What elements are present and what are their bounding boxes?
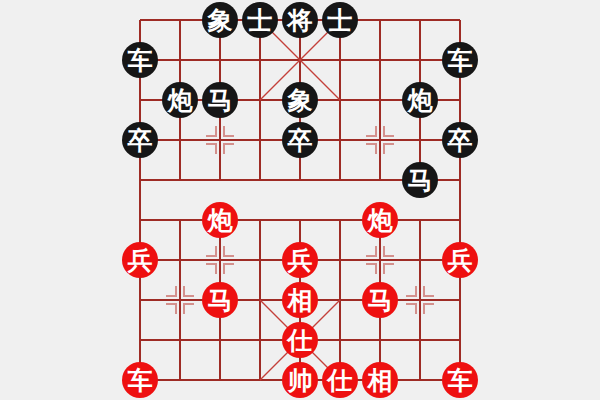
piece-black-elephant[interactable]: 象 [282,82,318,118]
piece-red-advisor[interactable]: 仕 [282,322,318,358]
piece-black-elephant[interactable]: 象 [202,2,238,38]
piece-red-chariot[interactable]: 车 [122,362,158,398]
piece-black-cannon[interactable]: 炮 [402,82,438,118]
piece-red-soldier[interactable]: 兵 [442,242,478,278]
piece-black-advisor[interactable]: 士 [242,2,278,38]
piece-black-soldier[interactable]: 卒 [282,122,318,158]
pieces-grid: 象士将士车车炮马象炮卒卒卒马炮炮兵兵兵马相马仕车帅仕相车 [120,0,480,400]
piece-black-horse[interactable]: 马 [202,82,238,118]
piece-black-soldier[interactable]: 卒 [122,122,158,158]
piece-red-horse[interactable]: 马 [202,282,238,318]
piece-black-general[interactable]: 将 [282,2,318,38]
piece-red-advisor[interactable]: 仕 [322,362,358,398]
piece-black-cannon[interactable]: 炮 [162,82,198,118]
piece-red-chariot[interactable]: 车 [442,362,478,398]
piece-red-soldier[interactable]: 兵 [122,242,158,278]
piece-red-general[interactable]: 帅 [282,362,318,398]
piece-black-chariot[interactable]: 车 [122,42,158,78]
piece-black-horse[interactable]: 马 [402,162,438,198]
piece-black-advisor[interactable]: 士 [322,2,358,38]
xiangqi-board: 象士将士车车炮马象炮卒卒卒马炮炮兵兵兵马相马仕车帅仕相车 [0,0,600,400]
piece-red-cannon[interactable]: 炮 [362,202,398,238]
piece-red-elephant[interactable]: 相 [282,282,318,318]
piece-black-chariot[interactable]: 车 [442,42,478,78]
piece-red-soldier[interactable]: 兵 [282,242,318,278]
piece-black-soldier[interactable]: 卒 [442,122,478,158]
piece-red-elephant[interactable]: 相 [362,362,398,398]
piece-red-cannon[interactable]: 炮 [202,202,238,238]
piece-red-horse[interactable]: 马 [362,282,398,318]
